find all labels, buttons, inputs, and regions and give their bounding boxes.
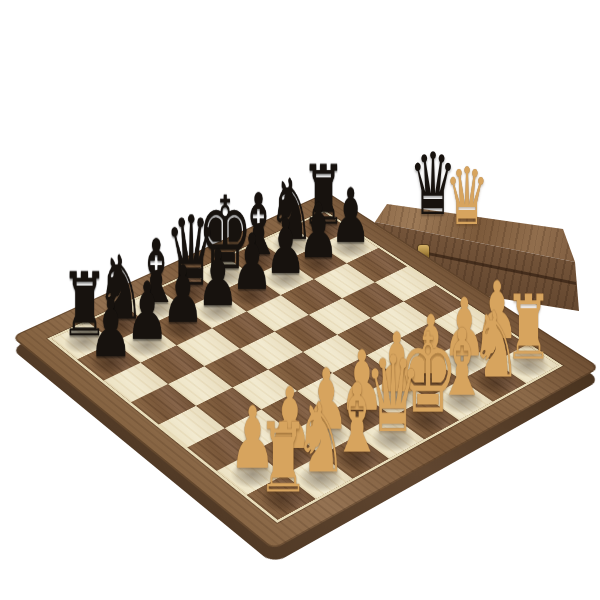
black-pawn-glyph: ♟ bbox=[89, 289, 132, 369]
chess-set-photo: ♛♛ ♜♞♝♛♚♝♞♜♟♟♟♟♟♟♟♟♟♟♟♟♟♟♟♟♜♞♝♛♚♝♞♜ bbox=[0, 0, 600, 600]
board-field: ♜♞♝♛♚♝♞♜♟♟♟♟♟♟♟♟♟♟♟♟♟♟♟♟♜♞♝♛♚♝♞♜ bbox=[47, 210, 563, 523]
square-a1: ♜ bbox=[247, 475, 316, 520]
white-rook-glyph: ♜ bbox=[257, 411, 308, 507]
board-frame: ♜♞♝♛♚♝♞♜♟♟♟♟♟♟♟♟♟♟♟♟♟♟♟♟♜♞♝♛♚♝♞♜ bbox=[11, 192, 600, 550]
chess-board: ♜♞♝♛♚♝♞♜♟♟♟♟♟♟♟♟♟♟♟♟♟♟♟♟♜♞♝♛♚♝♞♜ bbox=[11, 192, 600, 550]
board-scene: ♜♞♝♛♚♝♞♜♟♟♟♟♟♟♟♟♟♟♟♟♟♟♟♟♜♞♝♛♚♝♞♜ bbox=[0, 0, 600, 600]
square-a5 bbox=[131, 384, 196, 425]
